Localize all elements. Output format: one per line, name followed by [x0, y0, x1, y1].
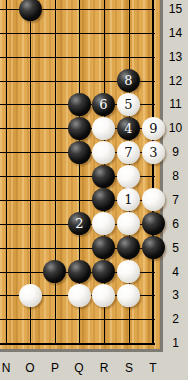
row-label-1: 1	[163, 336, 188, 350]
stone-black-R5[interactable]	[92, 236, 115, 259]
col-label-S: S	[117, 361, 141, 375]
row-label-7: 7	[163, 193, 188, 207]
stone-black-Q9[interactable]	[68, 141, 91, 164]
grid-hline	[0, 57, 155, 58]
move-number: 4	[117, 117, 140, 140]
stone-black-Q4[interactable]	[68, 260, 91, 283]
stone-black-Q11[interactable]	[68, 93, 91, 116]
col-label-O: O	[18, 361, 42, 375]
row-label-15: 15	[163, 2, 188, 16]
move-number: 9	[142, 117, 165, 140]
move-number: 7	[117, 141, 140, 164]
row-label-3: 3	[163, 288, 188, 302]
col-label-N: N	[0, 361, 18, 375]
stone-white-R6[interactable]	[92, 212, 115, 235]
stone-white-R3[interactable]	[92, 284, 115, 307]
stone-black-R7[interactable]	[92, 188, 115, 211]
go-board-screenshot: 864259731 151413121110987654321 NOPQRST	[0, 0, 188, 380]
stone-black-P4[interactable]	[43, 260, 66, 283]
move-number: 2	[68, 212, 91, 235]
stone-black-S5[interactable]	[117, 236, 140, 259]
grid-hline	[0, 319, 155, 320]
stone-black-R4[interactable]	[92, 260, 115, 283]
stone-white-S4[interactable]	[117, 260, 140, 283]
move-number: 6	[92, 93, 115, 116]
grid-vline	[55, 0, 56, 345]
grid-vline	[152, 0, 154, 345]
row-label-11: 11	[163, 97, 188, 111]
row-label-4: 4	[163, 265, 188, 279]
stone-white-T9[interactable]: 3	[142, 141, 165, 164]
move-number: 3	[142, 141, 165, 164]
row-label-8: 8	[163, 169, 188, 183]
col-label-P: P	[43, 361, 67, 375]
stone-black-S12[interactable]: 8	[117, 69, 140, 92]
col-label-R: R	[92, 361, 116, 375]
grid-vline	[6, 0, 7, 345]
stone-black-Q10[interactable]	[68, 117, 91, 140]
col-label-Q: Q	[67, 361, 91, 375]
stone-white-T10[interactable]: 9	[142, 117, 165, 140]
row-label-2: 2	[163, 312, 188, 326]
stone-white-S9[interactable]: 7	[117, 141, 140, 164]
row-label-5: 5	[163, 241, 188, 255]
stone-white-R10[interactable]	[92, 117, 115, 140]
stone-white-S6[interactable]	[117, 212, 140, 235]
row-label-12: 12	[163, 74, 188, 88]
row-label-13: 13	[163, 50, 188, 64]
stone-white-S8[interactable]	[117, 165, 140, 188]
stone-black-T6[interactable]	[142, 212, 165, 235]
col-label-T: T	[141, 361, 165, 375]
grid-hline	[0, 343, 155, 345]
move-number: 5	[117, 93, 140, 116]
stone-white-S11[interactable]: 5	[117, 93, 140, 116]
stone-white-T7[interactable]	[142, 188, 165, 211]
row-label-9: 9	[163, 145, 188, 159]
row-label-14: 14	[163, 26, 188, 40]
stone-black-R11[interactable]: 6	[92, 93, 115, 116]
row-label-10: 10	[163, 121, 188, 135]
stone-white-O3[interactable]	[19, 284, 42, 307]
stone-white-S7[interactable]: 1	[117, 188, 140, 211]
stone-black-R8[interactable]	[92, 165, 115, 188]
move-number: 1	[117, 188, 140, 211]
stone-black-S10[interactable]: 4	[117, 117, 140, 140]
row-label-6: 6	[163, 217, 188, 231]
stone-black-Q6[interactable]: 2	[68, 212, 91, 235]
move-number: 8	[117, 69, 140, 92]
stone-white-Q3[interactable]	[68, 284, 91, 307]
stone-white-S3[interactable]	[117, 284, 140, 307]
grid-hline	[0, 33, 155, 34]
stone-white-R9[interactable]	[92, 141, 115, 164]
stone-black-T5[interactable]	[142, 236, 165, 259]
